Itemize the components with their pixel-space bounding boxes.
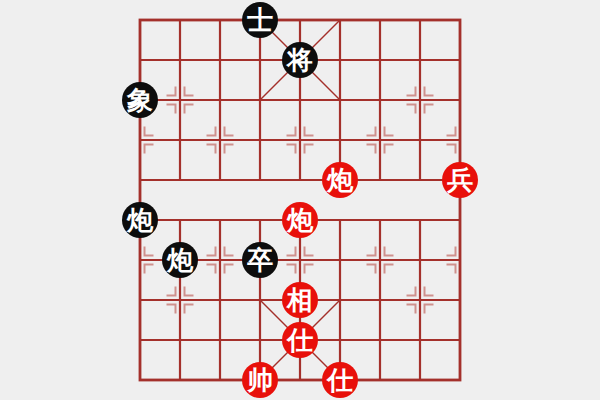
piece-red-advisor[interactable]: 仕	[282, 322, 318, 358]
piece-red-elephant[interactable]: 相	[282, 282, 318, 318]
board-intersections[interactable]: 士将象炮炮卒炮兵炮相仕帅仕	[120, 0, 480, 400]
piece-red-advisor[interactable]: 仕	[322, 362, 358, 398]
piece-black-general[interactable]: 将	[282, 42, 318, 78]
piece-red-soldier[interactable]: 兵	[442, 162, 478, 198]
piece-black-elephant[interactable]: 象	[122, 82, 158, 118]
piece-black-cannon[interactable]: 炮	[122, 202, 158, 238]
piece-black-soldier[interactable]: 卒	[242, 242, 278, 278]
piece-red-cannon[interactable]: 炮	[322, 162, 358, 198]
piece-red-cannon[interactable]: 炮	[282, 202, 318, 238]
piece-red-general[interactable]: 帅	[242, 362, 278, 398]
piece-black-advisor[interactable]: 士	[242, 2, 278, 38]
piece-black-cannon[interactable]: 炮	[162, 242, 198, 278]
xiangqi-board: 士将象炮炮卒炮兵炮相仕帅仕	[0, 0, 600, 400]
